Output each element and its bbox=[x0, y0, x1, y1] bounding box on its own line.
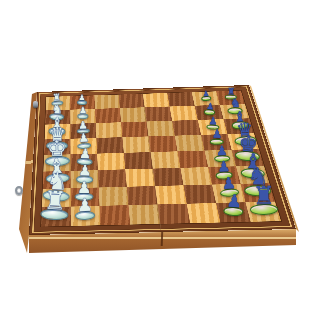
square-r1-c1 bbox=[70, 109, 95, 124]
square-r3-c1 bbox=[70, 138, 97, 154]
latch-ring bbox=[15, 186, 23, 195]
square-r6-c3 bbox=[127, 186, 158, 205]
square-r6-c5 bbox=[183, 185, 216, 204]
square-r4-c6 bbox=[205, 150, 236, 167]
square-r6-c7 bbox=[241, 183, 275, 202]
square-r4-c5 bbox=[177, 151, 208, 168]
square-r5-c0 bbox=[43, 171, 71, 189]
square-r1-c3 bbox=[120, 107, 147, 122]
square-r5-c3 bbox=[125, 169, 155, 187]
square-r0-c3 bbox=[119, 94, 145, 108]
square-r5-c1 bbox=[71, 170, 99, 188]
square-r4-c2 bbox=[97, 153, 125, 170]
square-r1-c4 bbox=[145, 106, 172, 121]
chess-board bbox=[29, 85, 296, 235]
square-r7-c2 bbox=[100, 205, 131, 225]
square-r3-c6 bbox=[201, 134, 232, 150]
square-r2-c1 bbox=[70, 123, 96, 139]
square-r5-c4 bbox=[153, 168, 184, 186]
square-r7-c7 bbox=[245, 202, 281, 222]
square-r2-c0 bbox=[45, 124, 71, 140]
square-r0-c1 bbox=[70, 95, 95, 109]
square-r5-c5 bbox=[180, 167, 212, 185]
square-r2-c5 bbox=[172, 120, 201, 136]
square-r2-c2 bbox=[96, 122, 123, 138]
square-r7-c6 bbox=[216, 202, 251, 222]
square-r0-c6 bbox=[192, 91, 220, 105]
square-r0-c7 bbox=[216, 91, 245, 105]
square-r0-c0 bbox=[46, 96, 71, 110]
square-r2-c3 bbox=[121, 121, 148, 137]
square-r7-c5 bbox=[187, 203, 221, 223]
square-r3-c7 bbox=[227, 133, 258, 150]
square-r6-c0 bbox=[42, 188, 71, 207]
square-r7-c3 bbox=[128, 204, 160, 224]
square-r0-c5 bbox=[167, 92, 194, 106]
square-r7-c0 bbox=[41, 207, 71, 227]
square-r6-c2 bbox=[99, 187, 129, 206]
square-r1-c7 bbox=[220, 104, 250, 119]
square-r4-c1 bbox=[71, 154, 98, 171]
square-r5-c2 bbox=[98, 169, 127, 187]
square-r6-c1 bbox=[71, 187, 100, 206]
square-r0-c4 bbox=[143, 93, 170, 107]
square-r3-c0 bbox=[44, 139, 70, 155]
square-r1-c6 bbox=[195, 105, 224, 120]
square-r1-c2 bbox=[95, 108, 121, 123]
square-r3-c4 bbox=[149, 136, 178, 152]
square-r3-c3 bbox=[122, 136, 150, 152]
square-r0-c2 bbox=[94, 95, 119, 109]
square-r7-c1 bbox=[71, 206, 101, 226]
square-r7-c4 bbox=[158, 204, 191, 224]
square-r3-c5 bbox=[175, 135, 205, 151]
square-r2-c6 bbox=[198, 119, 228, 135]
square-r1-c5 bbox=[170, 106, 198, 121]
square-r4-c7 bbox=[232, 149, 264, 166]
square-r2-c4 bbox=[147, 121, 175, 137]
square-r4-c3 bbox=[124, 152, 153, 169]
board-squares-grid bbox=[41, 91, 281, 227]
square-r5-c7 bbox=[236, 166, 269, 184]
square-r2-c7 bbox=[224, 118, 254, 134]
square-r3-c2 bbox=[96, 137, 123, 153]
square-r6-c4 bbox=[155, 185, 187, 204]
square-r4-c0 bbox=[43, 154, 70, 171]
square-r4-c4 bbox=[151, 151, 181, 168]
product-photo-stage: ♜♞♝♛♚♝♞♜♟♟♟♟♟♟♟♟♟♟♟♟♟♟♟♟♜♞♝♛♚♝♞♜ bbox=[0, 0, 320, 320]
square-r1-c0 bbox=[45, 110, 70, 125]
